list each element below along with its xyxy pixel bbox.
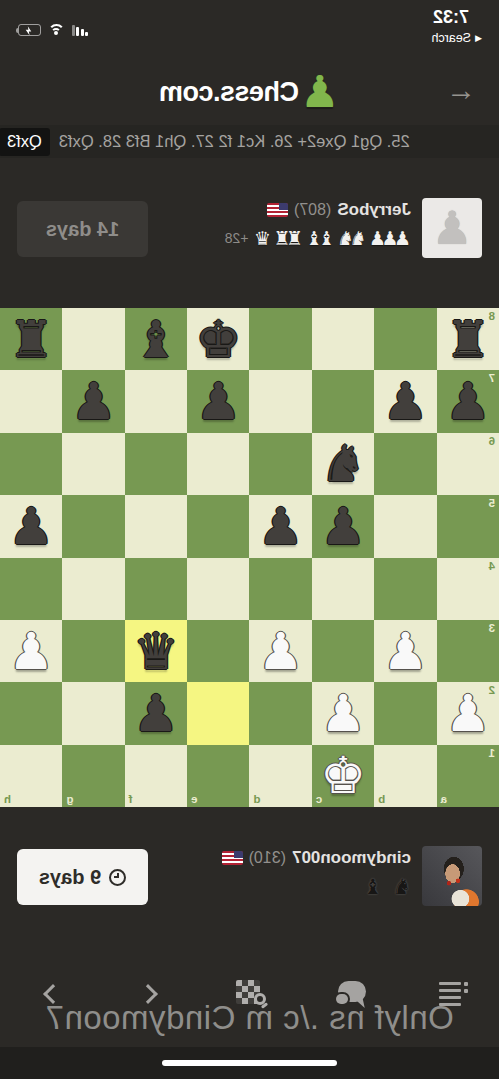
move-back-button[interactable]: [131, 979, 165, 1011]
square-d4[interactable]: [250, 558, 312, 620]
square-c2[interactable]: ♟: [312, 682, 374, 744]
black-pawn-c5[interactable]: ♟: [312, 495, 374, 557]
captured-pieces-bottom: ♞ ♝: [362, 876, 412, 897]
chat-button[interactable]: [334, 979, 368, 1011]
square-f3[interactable]: ♛: [125, 620, 187, 682]
square-a3[interactable]: 3: [437, 620, 499, 682]
cell-signal-icon: [72, 25, 89, 36]
status-icons: [18, 24, 89, 36]
file-label: e: [191, 794, 197, 806]
square-h2[interactable]: [0, 682, 62, 744]
black-bishop-f8[interactable]: ♝: [125, 308, 187, 370]
white-pawn-b3[interactable]: ♟: [374, 620, 436, 682]
file-label: b: [378, 794, 385, 806]
square-e2[interactable]: [187, 682, 249, 744]
square-b6[interactable]: [374, 433, 436, 495]
square-f6[interactable]: [125, 433, 187, 495]
square-h3[interactable]: ♟: [0, 620, 62, 682]
white-pawn-h3[interactable]: ♟: [0, 620, 62, 682]
clock-icon: [109, 869, 126, 886]
player-rating-bottom: (310): [249, 849, 286, 867]
player-name-bottom[interactable]: cindymoon007: [292, 848, 411, 868]
square-d8[interactable]: [250, 308, 312, 370]
square-c5[interactable]: ♟: [312, 495, 374, 557]
square-b7[interactable]: ♟: [374, 370, 436, 432]
magnifier-icon: [255, 993, 267, 1005]
square-a7[interactable]: 7♟: [437, 370, 499, 432]
rank-label: 4: [489, 561, 495, 573]
square-e4[interactable]: [187, 558, 249, 620]
captured-pieces-top: ♟♟♟ ♞♞ ♝♝ ♜♜ ♛: [259, 229, 411, 248]
square-e7[interactable]: ♟: [187, 370, 249, 432]
avatar-bottom[interactable]: [422, 846, 482, 906]
square-h5[interactable]: ♟: [0, 495, 62, 557]
black-pawn-b7[interactable]: ♟: [374, 370, 436, 432]
square-a5[interactable]: 5: [437, 495, 499, 557]
square-e6[interactable]: [187, 433, 249, 495]
square-f4[interactable]: [125, 558, 187, 620]
breadcrumb[interactable]: ◀ Search: [431, 31, 482, 45]
clock-bottom: 9 days: [17, 849, 148, 905]
square-d5[interactable]: ♟: [250, 495, 312, 557]
black-knight-c6[interactable]: ♞: [312, 433, 374, 495]
square-e1[interactable]: e: [187, 745, 249, 807]
square-b4[interactable]: [374, 558, 436, 620]
white-pawn-c2[interactable]: ♟: [312, 682, 374, 744]
square-c3[interactable]: [312, 620, 374, 682]
move-forward-button[interactable]: [30, 979, 64, 1011]
current-move-chip[interactable]: Qxf3: [0, 128, 50, 156]
square-g1[interactable]: g: [62, 745, 124, 807]
square-f7[interactable]: [125, 370, 187, 432]
breadcrumb-back-icon: ◀: [475, 33, 482, 43]
white-pawn-a2[interactable]: ♟: [437, 682, 499, 744]
black-rook-h8[interactable]: ♜: [0, 308, 62, 370]
square-h8[interactable]: ♜: [0, 308, 62, 370]
player-rating-top: (807): [294, 201, 331, 219]
black-pawn-a7[interactable]: ♟: [437, 370, 499, 432]
home-indicator[interactable]: [162, 1060, 337, 1066]
square-a2[interactable]: 2♟: [437, 682, 499, 744]
square-a4[interactable]: 4: [437, 558, 499, 620]
us-flag-icon: [267, 203, 288, 217]
square-f2[interactable]: ♟: [125, 682, 187, 744]
file-label: d: [254, 794, 261, 806]
black-pawn-e7[interactable]: ♟: [187, 370, 249, 432]
square-c8[interactable]: [312, 308, 374, 370]
player-card-top: ♟ JerryboS (807) ♟♟♟ ♞♞ ♝♝ ♜♜ ♛ +28 14 d…: [17, 198, 482, 260]
square-h6[interactable]: [0, 433, 62, 495]
square-c6[interactable]: ♞: [312, 433, 374, 495]
square-d2[interactable]: [250, 682, 312, 744]
square-g3[interactable]: [62, 620, 124, 682]
square-b2[interactable]: [374, 682, 436, 744]
square-h1[interactable]: h: [0, 745, 62, 807]
breadcrumb-label: Search: [431, 31, 471, 45]
file-label: f: [129, 794, 133, 806]
square-g5[interactable]: [62, 495, 124, 557]
battery-charging-icon: [18, 24, 41, 36]
file-label: g: [66, 794, 73, 806]
wifi-icon: [48, 24, 65, 36]
clock-top: 14 days: [17, 201, 148, 257]
white-king-c1[interactable]: ♚: [312, 745, 374, 807]
square-b8[interactable]: [374, 308, 436, 370]
square-e3[interactable]: [187, 620, 249, 682]
square-b3[interactable]: ♟: [374, 620, 436, 682]
square-g6[interactable]: [62, 433, 124, 495]
black-pawn-g7[interactable]: ♟: [62, 370, 124, 432]
black-queen-f3[interactable]: ♛: [125, 620, 187, 682]
rank-label: 5: [489, 498, 495, 510]
moves-list-button[interactable]: [435, 979, 469, 1011]
square-f1[interactable]: f: [125, 745, 187, 807]
square-d7[interactable]: [250, 370, 312, 432]
logo-text: Chess.com: [160, 77, 300, 108]
chevron-left-icon: [138, 984, 158, 1004]
square-e8[interactable]: ♚: [187, 308, 249, 370]
square-e5[interactable]: [187, 495, 249, 557]
square-g8[interactable]: [62, 308, 124, 370]
default-pawn-avatar-icon: ♟: [431, 205, 472, 251]
square-c4[interactable]: [312, 558, 374, 620]
square-b5[interactable]: [374, 495, 436, 557]
chesscom-logo: ♟ Chess.com: [0, 66, 499, 118]
status-time: 7:32: [433, 7, 469, 28]
square-g7[interactable]: ♟: [62, 370, 124, 432]
square-a8[interactable]: 8♜: [437, 308, 499, 370]
square-d1[interactable]: d: [250, 745, 312, 807]
material-advantage: +28: [225, 230, 249, 246]
rank-label: 6: [489, 436, 495, 448]
file-label: a: [441, 794, 447, 806]
black-pawn-h5[interactable]: ♟: [0, 495, 62, 557]
white-pawn-d3[interactable]: ♟: [250, 620, 312, 682]
square-c1[interactable]: c♚: [312, 745, 374, 807]
square-h7[interactable]: [0, 370, 62, 432]
game-toolbar: [0, 972, 499, 1018]
rank-label: 3: [489, 623, 495, 635]
square-f8[interactable]: ♝: [125, 308, 187, 370]
square-g4[interactable]: [62, 558, 124, 620]
black-pawn-d5[interactable]: ♟: [250, 495, 312, 557]
square-d6[interactable]: [250, 433, 312, 495]
logo-pawn-icon: ♟: [300, 70, 339, 114]
chevron-right-icon: [43, 984, 63, 1004]
rank-label: 1: [489, 748, 495, 760]
avatar-top[interactable]: ♟: [422, 198, 482, 258]
player-card-bottom: cindymoon007 (310) ♞ ♝ 9 days: [17, 846, 482, 908]
square-b1[interactable]: b: [374, 745, 436, 807]
square-c7[interactable]: [312, 370, 374, 432]
us-flag-icon: [222, 851, 243, 865]
black-rook-a8[interactable]: ♜: [437, 308, 499, 370]
square-d3[interactable]: ♟: [250, 620, 312, 682]
black-king-e8[interactable]: ♚: [187, 308, 249, 370]
chess-app-screen: 7:32 ◀ Search ← ♟ Chess.com 25. Qg1 Qxe2…: [0, 0, 499, 1079]
square-h4[interactable]: [0, 558, 62, 620]
move-list-bar[interactable]: 25. Qg1 Qxe2+ 26. Kc1 f2 27. Qh1 Bf3 28.…: [0, 125, 499, 158]
chess-board[interactable]: 8♜♚♝♜7♟♟♟♟6♞5♟♟♟43♟♟♛♟2♟♟♟1abc♚defgh: [0, 308, 499, 807]
square-a6[interactable]: 6: [437, 433, 499, 495]
black-pawn-f2[interactable]: ♟: [125, 682, 187, 744]
square-f5[interactable]: [125, 495, 187, 557]
player-name-top[interactable]: JerryboS: [337, 200, 411, 220]
analysis-button[interactable]: [233, 979, 267, 1011]
square-g2[interactable]: [62, 682, 124, 744]
prior-moves: 25. Qg1 Qxe2+ 26. Kc1 f2 27. Qh1 Bf3 28.…: [59, 132, 410, 151]
file-label: h: [4, 794, 11, 806]
square-a1[interactable]: 1a: [437, 745, 499, 807]
